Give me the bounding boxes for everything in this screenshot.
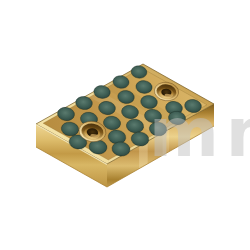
wear-plate-illustration [0,0,250,250]
product-photo: m m [0,0,250,250]
